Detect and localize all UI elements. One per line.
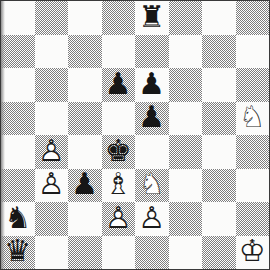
square-h4 [236,135,270,169]
black-king-d4: ♚ [102,135,136,169]
square-e4 [135,135,169,169]
square-f3 [169,169,203,203]
square-h7 [236,35,270,69]
black-pawn-e5: ♟ [135,102,169,136]
black-rook-e8: ♜ [135,1,169,35]
black-knight-a2: ♞ [1,202,35,236]
square-g6 [202,68,236,102]
square-b3: ♟♙ [35,169,69,203]
square-f8 [169,1,203,35]
black-pawn-c3: ♟ [68,169,102,203]
square-f1 [169,236,203,270]
square-b4: ♟♙ [35,135,69,169]
square-b2 [35,202,69,236]
square-f4 [169,135,203,169]
square-e5: ♟ [135,102,169,136]
black-pawn-d6: ♟ [102,68,136,102]
square-f6 [169,68,203,102]
square-a1: ♛ [1,236,35,270]
square-e7 [135,35,169,69]
square-c6 [68,68,102,102]
black-pawn-e6: ♟ [135,68,169,102]
square-a2: ♞ [1,202,35,236]
square-f7 [169,35,203,69]
square-d5 [102,102,136,136]
square-c5 [68,102,102,136]
square-g5 [202,102,236,136]
white-king-h1: ♚♔ [236,236,270,270]
square-g3 [202,169,236,203]
square-d4: ♚ [102,135,136,169]
square-a7 [1,35,35,69]
chess-diagram: ♜♟♟♟♞♘♟♙♚♟♙♟♝♗♞♘♞♟♙♟♙♛♚♔ [0,0,270,270]
square-g4 [202,135,236,169]
square-f2 [169,202,203,236]
square-c7 [68,35,102,69]
square-f5 [169,102,203,136]
square-b7 [35,35,69,69]
square-c8 [68,1,102,35]
square-d8 [102,1,136,35]
square-a6 [1,68,35,102]
square-c1 [68,236,102,270]
square-a4 [1,135,35,169]
square-a8 [1,1,35,35]
square-g7 [202,35,236,69]
square-d2: ♟♙ [102,202,136,236]
square-h2 [236,202,270,236]
square-e8: ♜ [135,1,169,35]
square-h3 [236,169,270,203]
square-b1 [35,236,69,270]
square-b5 [35,102,69,136]
square-c3: ♟ [68,169,102,203]
square-e3: ♞♘ [135,169,169,203]
white-knight-e3: ♞♘ [135,169,169,203]
square-h1: ♚♔ [236,236,270,270]
square-a3 [1,169,35,203]
square-b8 [35,1,69,35]
square-g2 [202,202,236,236]
square-c2 [68,202,102,236]
square-d7 [102,35,136,69]
square-d1 [102,236,136,270]
square-g1 [202,236,236,270]
square-e1 [135,236,169,270]
square-a5 [1,102,35,136]
white-pawn-d2: ♟♙ [102,202,136,236]
white-pawn-e2: ♟♙ [135,202,169,236]
white-pawn-b4: ♟♙ [35,135,69,169]
square-h5: ♞♘ [236,102,270,136]
square-h6 [236,68,270,102]
white-pawn-b3: ♟♙ [35,169,69,203]
black-queen-a1: ♛ [1,236,35,270]
square-e2: ♟♙ [135,202,169,236]
square-d6: ♟ [102,68,136,102]
square-e6: ♟ [135,68,169,102]
square-b6 [35,68,69,102]
chess-board: ♜♟♟♟♞♘♟♙♚♟♙♟♝♗♞♘♞♟♙♟♙♛♚♔ [1,1,269,269]
square-g8 [202,1,236,35]
square-d3: ♝♗ [102,169,136,203]
white-bishop-d3: ♝♗ [102,169,136,203]
white-knight-h5: ♞♘ [236,102,270,136]
square-c4 [68,135,102,169]
square-h8 [236,1,270,35]
